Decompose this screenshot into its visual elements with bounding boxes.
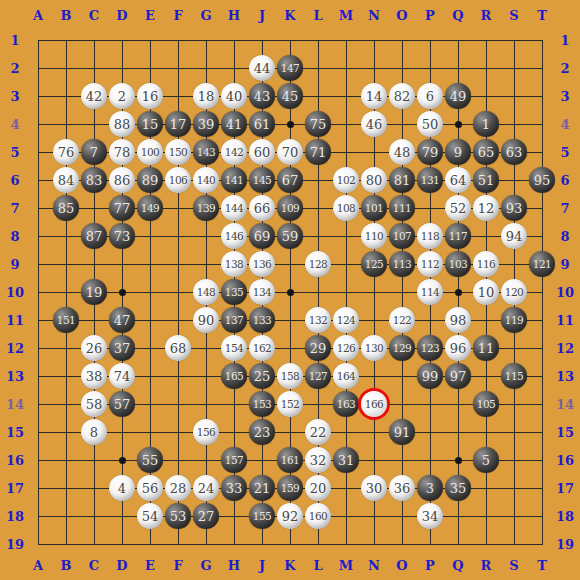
stone-D14-move-57: 57 — [109, 391, 135, 417]
column-label-A: A — [24, 555, 52, 575]
stone-K8-move-59: 59 — [277, 223, 303, 249]
stone-H13-move-165: 165 — [221, 363, 247, 389]
stone-K7-move-109: 109 — [277, 195, 303, 221]
stone-R10-move-10: 10 — [473, 279, 499, 305]
stone-J7-move-66: 66 — [249, 195, 275, 221]
stone-T6-move-95: 95 — [529, 167, 555, 193]
stone-L4-move-75: 75 — [305, 111, 331, 137]
stone-O15-move-91: 91 — [389, 419, 415, 445]
stone-B7-move-85: 85 — [53, 195, 79, 221]
stone-P6-move-131: 131 — [417, 167, 443, 193]
stone-C8-move-87: 87 — [81, 223, 107, 249]
stone-Q9-move-103: 103 — [445, 251, 471, 277]
stone-B11-move-151: 151 — [53, 307, 79, 333]
stone-P9-move-112: 112 — [417, 251, 443, 277]
stone-O3-move-82: 82 — [389, 83, 415, 109]
column-label-P: P — [416, 555, 444, 575]
column-label-K: K — [276, 555, 304, 575]
stone-R16-move-5: 5 — [473, 447, 499, 473]
stone-C14-move-58: 58 — [81, 391, 107, 417]
column-label-M: M — [332, 555, 360, 575]
stone-R7-move-12: 12 — [473, 195, 499, 221]
column-label-G: G — [192, 5, 220, 25]
stone-H11-move-137: 137 — [221, 307, 247, 333]
stone-O12-move-129: 129 — [389, 335, 415, 361]
stone-P5-move-79: 79 — [417, 139, 443, 165]
stone-Q3-move-49: 49 — [445, 83, 471, 109]
stone-N7-move-101: 101 — [361, 195, 387, 221]
stone-R5-move-65: 65 — [473, 139, 499, 165]
stone-H6-move-141: 141 — [221, 167, 247, 193]
stone-P18-move-34: 34 — [417, 503, 443, 529]
stone-J9-move-136: 136 — [249, 251, 275, 277]
column-label-N: N — [360, 555, 388, 575]
stone-D4-move-88: 88 — [109, 111, 135, 137]
stone-C5-move-7: 7 — [81, 139, 107, 165]
stone-E4-move-15: 15 — [137, 111, 163, 137]
stone-D12-move-37: 37 — [109, 335, 135, 361]
stone-N4-move-46: 46 — [361, 111, 387, 137]
stone-P3-move-6: 6 — [417, 83, 443, 109]
stone-J13-move-25: 25 — [249, 363, 275, 389]
column-label-J: J — [248, 555, 276, 575]
stone-D13-move-74: 74 — [109, 363, 135, 389]
stone-M11-move-124: 124 — [333, 307, 359, 333]
stone-M7-move-108: 108 — [333, 195, 359, 221]
stone-L18-move-160: 160 — [305, 503, 331, 529]
stone-Q11-move-98: 98 — [445, 307, 471, 333]
stone-D8-move-73: 73 — [109, 223, 135, 249]
stone-S7-move-93: 93 — [501, 195, 527, 221]
column-label-T: T — [528, 555, 556, 575]
stone-P12-move-123: 123 — [417, 335, 443, 361]
stone-R12-move-11: 11 — [473, 335, 499, 361]
stone-Q7-move-52: 52 — [445, 195, 471, 221]
column-label-C: C — [80, 5, 108, 25]
stone-P17-move-3: 3 — [417, 475, 443, 501]
stone-S8-move-94: 94 — [501, 223, 527, 249]
stones-layer: 4414742216184043451482649881517394161754… — [24, 26, 556, 558]
stone-G7-move-139: 139 — [193, 195, 219, 221]
stone-J8-move-69: 69 — [249, 223, 275, 249]
column-label-H: H — [220, 555, 248, 575]
stone-N3-move-14: 14 — [361, 83, 387, 109]
column-labels-top: ABCDEFGHJKLMNOPQRST — [24, 5, 556, 25]
stone-J14-move-153: 153 — [249, 391, 275, 417]
stone-P10-move-114: 114 — [417, 279, 443, 305]
stone-H12-move-154: 154 — [221, 335, 247, 361]
stone-L11-move-132: 132 — [305, 307, 331, 333]
stone-K16-move-161: 161 — [277, 447, 303, 473]
stone-M16-move-31: 31 — [333, 447, 359, 473]
stone-E3-move-16: 16 — [137, 83, 163, 109]
column-label-K: K — [276, 5, 304, 25]
column-label-Q: Q — [444, 555, 472, 575]
stone-N12-move-130: 130 — [361, 335, 387, 361]
stone-H5-move-142: 142 — [221, 139, 247, 165]
stone-Q6-move-64: 64 — [445, 167, 471, 193]
stone-N6-move-80: 80 — [361, 167, 387, 193]
stone-L12-move-29: 29 — [305, 335, 331, 361]
stone-F6-move-106: 106 — [165, 167, 191, 193]
stone-G10-move-148: 148 — [193, 279, 219, 305]
stone-G17-move-24: 24 — [193, 475, 219, 501]
stone-D17-move-4: 4 — [109, 475, 135, 501]
stone-P8-move-118: 118 — [417, 223, 443, 249]
column-label-F: F — [164, 5, 192, 25]
stone-J17-move-21: 21 — [249, 475, 275, 501]
stone-K17-move-159: 159 — [277, 475, 303, 501]
stone-F18-move-53: 53 — [165, 503, 191, 529]
column-label-L: L — [304, 5, 332, 25]
stone-M14-move-163: 163 — [333, 391, 359, 417]
column-label-C: C — [80, 555, 108, 575]
column-label-A: A — [24, 5, 52, 25]
stone-L17-move-20: 20 — [305, 475, 331, 501]
stone-H16-move-157: 157 — [221, 447, 247, 473]
column-labels-bottom: ABCDEFGHJKLMNOPQRST — [24, 555, 556, 575]
stone-J10-move-134: 134 — [249, 279, 275, 305]
column-label-O: O — [388, 5, 416, 25]
stone-B5-move-76: 76 — [53, 139, 79, 165]
stone-F17-move-28: 28 — [165, 475, 191, 501]
stone-E7-move-149: 149 — [137, 195, 163, 221]
stone-F12-move-68: 68 — [165, 335, 191, 361]
stone-Q12-move-96: 96 — [445, 335, 471, 361]
stone-J18-move-155: 155 — [249, 503, 275, 529]
stone-D11-move-47: 47 — [109, 307, 135, 333]
stone-T9-move-121: 121 — [529, 251, 555, 277]
stone-L5-move-71: 71 — [305, 139, 331, 165]
column-label-R: R — [472, 555, 500, 575]
stone-C6-move-83: 83 — [81, 167, 107, 193]
stone-E17-move-56: 56 — [137, 475, 163, 501]
stone-B6-move-84: 84 — [53, 167, 79, 193]
column-label-S: S — [500, 555, 528, 575]
stone-E16-move-55: 55 — [137, 447, 163, 473]
stone-S5-move-63: 63 — [501, 139, 527, 165]
stone-K18-move-92: 92 — [277, 503, 303, 529]
column-label-P: P — [416, 5, 444, 25]
stone-O8-move-107: 107 — [389, 223, 415, 249]
stone-J5-move-60: 60 — [249, 139, 275, 165]
stone-L13-move-127: 127 — [305, 363, 331, 389]
column-label-Q: Q — [444, 5, 472, 25]
column-label-O: O — [388, 555, 416, 575]
stone-S13-move-115: 115 — [501, 363, 527, 389]
stone-O7-move-111: 111 — [389, 195, 415, 221]
stone-G4-move-39: 39 — [193, 111, 219, 137]
stone-K3-move-45: 45 — [277, 83, 303, 109]
column-label-B: B — [52, 5, 80, 25]
stone-Q5-move-9: 9 — [445, 139, 471, 165]
stone-K14-move-152: 152 — [277, 391, 303, 417]
stone-G18-move-27: 27 — [193, 503, 219, 529]
stone-H4-move-41: 41 — [221, 111, 247, 137]
stone-K5-move-70: 70 — [277, 139, 303, 165]
stone-C15-move-8: 8 — [81, 419, 107, 445]
stone-J12-move-162: 162 — [249, 335, 275, 361]
stone-G15-move-156: 156 — [193, 419, 219, 445]
stone-Q13-move-97: 97 — [445, 363, 471, 389]
column-label-E: E — [136, 5, 164, 25]
stone-G6-move-140: 140 — [193, 167, 219, 193]
column-label-D: D — [108, 555, 136, 575]
stone-J4-move-61: 61 — [249, 111, 275, 137]
stone-D3-move-2: 2 — [109, 83, 135, 109]
stone-F4-move-17: 17 — [165, 111, 191, 137]
stone-K13-move-158: 158 — [277, 363, 303, 389]
stone-O5-move-48: 48 — [389, 139, 415, 165]
stone-E5-move-100: 100 — [137, 139, 163, 165]
stone-M6-move-102: 102 — [333, 167, 359, 193]
go-board: ABCDEFGHJKLMNOPQRST ABCDEFGHJKLMNOPQRST … — [0, 0, 580, 580]
stone-E6-move-89: 89 — [137, 167, 163, 193]
stone-D5-move-78: 78 — [109, 139, 135, 165]
stone-R6-move-51: 51 — [473, 167, 499, 193]
stone-O17-move-36: 36 — [389, 475, 415, 501]
stone-L16-move-32: 32 — [305, 447, 331, 473]
stone-M13-move-164: 164 — [333, 363, 359, 389]
stone-N9-move-125: 125 — [361, 251, 387, 277]
stone-S11-move-119: 119 — [501, 307, 527, 333]
stone-H8-move-146: 146 — [221, 223, 247, 249]
stone-C3-move-42: 42 — [81, 83, 107, 109]
stone-P13-move-99: 99 — [417, 363, 443, 389]
stone-R9-move-116: 116 — [473, 251, 499, 277]
column-label-L: L — [304, 555, 332, 575]
column-label-M: M — [332, 5, 360, 25]
stone-Q8-move-117: 117 — [445, 223, 471, 249]
stone-K2-move-147: 147 — [277, 55, 303, 81]
stone-L15-move-22: 22 — [305, 419, 331, 445]
stone-O9-move-113: 113 — [389, 251, 415, 277]
stone-G11-move-90: 90 — [193, 307, 219, 333]
column-label-F: F — [164, 555, 192, 575]
stone-C10-move-19: 19 — [81, 279, 107, 305]
stone-J2-move-44: 44 — [249, 55, 275, 81]
stone-M12-move-126: 126 — [333, 335, 359, 361]
stone-D6-move-86: 86 — [109, 167, 135, 193]
column-label-G: G — [192, 555, 220, 575]
column-label-D: D — [108, 5, 136, 25]
stone-C13-move-38: 38 — [81, 363, 107, 389]
stone-N8-move-110: 110 — [361, 223, 387, 249]
stone-O11-move-122: 122 — [389, 307, 415, 333]
stone-S10-move-120: 120 — [501, 279, 527, 305]
column-label-T: T — [528, 5, 556, 25]
stone-R14-move-105: 105 — [473, 391, 499, 417]
stone-J11-move-133: 133 — [249, 307, 275, 333]
column-label-H: H — [220, 5, 248, 25]
column-label-E: E — [136, 555, 164, 575]
stone-N17-move-30: 30 — [361, 475, 387, 501]
stone-J6-move-145: 145 — [249, 167, 275, 193]
stone-H7-move-144: 144 — [221, 195, 247, 221]
stone-H9-move-138: 138 — [221, 251, 247, 277]
column-label-B: B — [52, 555, 80, 575]
stone-G5-move-143: 143 — [193, 139, 219, 165]
stone-J15-move-23: 23 — [249, 419, 275, 445]
stone-H17-move-33: 33 — [221, 475, 247, 501]
column-label-J: J — [248, 5, 276, 25]
stone-P4-move-50: 50 — [417, 111, 443, 137]
column-label-R: R — [472, 5, 500, 25]
column-label-N: N — [360, 5, 388, 25]
stone-C12-move-26: 26 — [81, 335, 107, 361]
stone-H10-move-135: 135 — [221, 279, 247, 305]
column-label-S: S — [500, 5, 528, 25]
stone-O6-move-81: 81 — [389, 167, 415, 193]
stone-H3-move-40: 40 — [221, 83, 247, 109]
stone-G3-move-18: 18 — [193, 83, 219, 109]
stone-D7-move-77: 77 — [109, 195, 135, 221]
stone-J3-move-43: 43 — [249, 83, 275, 109]
stone-E18-move-54: 54 — [137, 503, 163, 529]
stone-K6-move-67: 67 — [277, 167, 303, 193]
stone-Q17-move-35: 35 — [445, 475, 471, 501]
stone-R4-move-1: 1 — [473, 111, 499, 137]
stone-F5-move-150: 150 — [165, 139, 191, 165]
stone-N14-move-166: 166 — [361, 391, 387, 417]
stone-L9-move-128: 128 — [305, 251, 331, 277]
